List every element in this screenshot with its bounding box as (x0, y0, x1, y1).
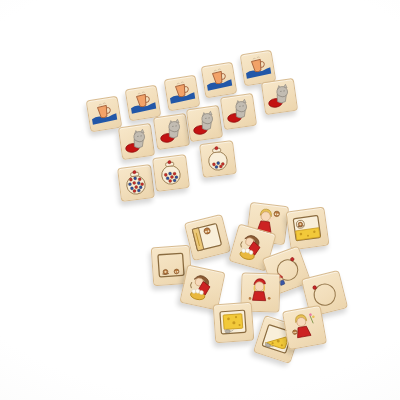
tile-cup-water[interactable] (86, 96, 123, 133)
candy-jar-half-icon (155, 157, 188, 190)
tile-cat-bowl[interactable] (260, 77, 297, 114)
candy-jar-low-icon (202, 143, 235, 176)
candy-jar-full-icon (120, 167, 153, 200)
cat-bowl-icon (263, 80, 295, 112)
girl-basket-icon (182, 267, 222, 307)
cup-water-icon (127, 87, 159, 119)
tile-cheese-snail[interactable] (285, 206, 329, 250)
girl-flowers-icon (284, 307, 323, 346)
cup-water-icon (203, 64, 235, 96)
tile-cat-bowl[interactable] (185, 104, 222, 141)
tile-candy-jar-half[interactable] (152, 154, 190, 192)
tile-cheese-mouse[interactable] (212, 301, 254, 343)
tile-cat-bowl[interactable] (117, 122, 154, 159)
table-surface (0, 0, 400, 400)
tile-cup-water[interactable] (164, 75, 201, 112)
cat-bowl-icon (120, 125, 152, 157)
cup-water-icon (242, 52, 274, 84)
tile-cupboard-pretzel[interactable] (183, 213, 230, 260)
cat-bowl-icon (155, 115, 187, 147)
cheese-snail-icon (288, 209, 326, 247)
tile-candy-jar-full[interactable] (117, 164, 155, 202)
cup-water-icon (166, 77, 198, 109)
cup-water-icon (88, 98, 120, 130)
tile-cup-water[interactable] (201, 62, 238, 99)
cat-bowl-icon (222, 95, 254, 127)
tile-cup-water[interactable] (125, 85, 162, 122)
tile-girl-flowers[interactable] (281, 304, 326, 349)
tile-cat-bowl[interactable] (219, 92, 256, 129)
cupboard-pretzel-icon (186, 216, 227, 257)
tile-cat-bowl[interactable] (152, 112, 189, 149)
cheese-mouse-icon (215, 304, 251, 340)
cat-bowl-icon (188, 107, 220, 139)
tile-candy-jar-low[interactable] (199, 140, 237, 178)
